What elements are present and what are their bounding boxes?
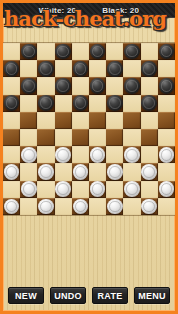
board-square[interactable] (20, 43, 37, 60)
board-square (20, 60, 37, 77)
black-man-piece[interactable] (90, 44, 106, 60)
white-man-piece[interactable] (21, 181, 37, 197)
board-square[interactable] (55, 77, 72, 94)
board-square (20, 129, 37, 146)
white-man-piece[interactable] (107, 164, 123, 180)
board-square (3, 43, 20, 60)
board-square[interactable] (106, 129, 123, 146)
menu-button[interactable]: MENU (134, 287, 170, 304)
board-square[interactable] (72, 198, 89, 215)
board-square[interactable] (20, 146, 37, 163)
board-square (141, 146, 158, 163)
white-man-piece[interactable] (159, 147, 175, 163)
board-square[interactable] (141, 163, 158, 180)
board-square[interactable] (106, 163, 123, 180)
black-score: Black: 20 (102, 6, 139, 15)
board-square (3, 112, 20, 129)
board-square (55, 95, 72, 112)
app-window: White: 20 Black: 20 hack-cheat.org NEW U… (0, 0, 178, 314)
board-square[interactable] (72, 95, 89, 112)
board-square (55, 60, 72, 77)
board-square[interactable] (141, 60, 158, 77)
board-square[interactable] (89, 43, 106, 60)
board-square[interactable] (123, 43, 140, 60)
black-man-piece[interactable] (141, 61, 157, 77)
white-man-piece[interactable] (4, 164, 20, 180)
board-square (123, 163, 140, 180)
board-square (72, 146, 89, 163)
board-square[interactable] (3, 95, 20, 112)
board-square (123, 95, 140, 112)
board-square (89, 198, 106, 215)
board-square (123, 129, 140, 146)
board-square[interactable] (89, 112, 106, 129)
board-square (55, 129, 72, 146)
board-square (89, 129, 106, 146)
board-square[interactable] (89, 181, 106, 198)
white-man-piece[interactable] (4, 199, 20, 215)
board-square (158, 60, 175, 77)
white-man-piece[interactable] (73, 199, 89, 215)
board-square[interactable] (158, 146, 175, 163)
board-square[interactable] (123, 146, 140, 163)
black-man-piece[interactable] (4, 61, 20, 77)
board-square (55, 163, 72, 180)
white-man-piece[interactable] (141, 199, 157, 215)
board-square[interactable] (106, 60, 123, 77)
board-square[interactable] (158, 77, 175, 94)
black-man-piece[interactable] (107, 95, 123, 111)
board-square[interactable] (158, 43, 175, 60)
board-square (3, 77, 20, 94)
board-square[interactable] (123, 181, 140, 198)
board-square (106, 146, 123, 163)
white-man-piece[interactable] (124, 181, 140, 197)
board-square[interactable] (3, 129, 20, 146)
white-man-piece[interactable] (73, 164, 89, 180)
rate-button[interactable]: RATE (92, 287, 128, 304)
board-square (55, 198, 72, 215)
board-square (123, 60, 140, 77)
board-square (72, 43, 89, 60)
black-man-piece[interactable] (159, 78, 175, 94)
board-square (141, 43, 158, 60)
board-square[interactable] (72, 163, 89, 180)
board-square[interactable] (89, 146, 106, 163)
black-man-piece[interactable] (124, 78, 140, 94)
board-square[interactable] (37, 129, 54, 146)
black-man-piece[interactable] (55, 78, 71, 94)
board-square (158, 95, 175, 112)
board-square (106, 112, 123, 129)
board-square (37, 112, 54, 129)
board-square[interactable] (55, 43, 72, 60)
board-square (158, 129, 175, 146)
black-man-piece[interactable] (159, 44, 175, 60)
white-score: White: 20 (39, 6, 76, 15)
board-square[interactable] (20, 112, 37, 129)
board-square[interactable] (37, 198, 54, 215)
board-square (106, 181, 123, 198)
board-square[interactable] (141, 129, 158, 146)
board-square (158, 198, 175, 215)
board-square[interactable] (158, 112, 175, 129)
board-square (3, 181, 20, 198)
black-man-piece[interactable] (124, 44, 140, 60)
board-square (141, 112, 158, 129)
black-man-piece[interactable] (4, 95, 20, 111)
board-square[interactable] (158, 181, 175, 198)
board-square (37, 181, 54, 198)
board-square[interactable] (89, 77, 106, 94)
board-square (3, 146, 20, 163)
board-square (72, 112, 89, 129)
board-square (158, 163, 175, 180)
board-square (89, 163, 106, 180)
white-man-piece[interactable] (38, 164, 54, 180)
board-square[interactable] (3, 60, 20, 77)
board-square[interactable] (106, 198, 123, 215)
board-square[interactable] (55, 112, 72, 129)
black-man-piece[interactable] (38, 95, 54, 111)
board-square[interactable] (123, 77, 140, 94)
black-man-piece[interactable] (21, 78, 37, 94)
board-square (37, 43, 54, 60)
board-square (89, 60, 106, 77)
board-square[interactable] (3, 163, 20, 180)
button-bar: NEW UNDO RATE MENU (3, 287, 175, 304)
board-square (37, 77, 54, 94)
white-man-piece[interactable] (124, 147, 140, 163)
board-square (106, 43, 123, 60)
board-square[interactable] (123, 112, 140, 129)
black-man-piece[interactable] (38, 61, 54, 77)
board-square[interactable] (3, 198, 20, 215)
board-square (20, 198, 37, 215)
white-man-piece[interactable] (90, 147, 106, 163)
black-man-piece[interactable] (55, 44, 71, 60)
black-man-piece[interactable] (141, 95, 157, 111)
board-square[interactable] (72, 60, 89, 77)
board-square[interactable] (37, 60, 54, 77)
black-man-piece[interactable] (90, 78, 106, 94)
board-square[interactable] (20, 181, 37, 198)
white-man-piece[interactable] (107, 199, 123, 215)
board-square (141, 77, 158, 94)
board-square (20, 163, 37, 180)
board-square (89, 95, 106, 112)
black-man-piece[interactable] (73, 95, 89, 111)
board-square (141, 181, 158, 198)
board-square[interactable] (20, 77, 37, 94)
white-man-piece[interactable] (90, 181, 106, 197)
board-square[interactable] (37, 95, 54, 112)
board[interactable] (3, 43, 175, 215)
board-square[interactable] (72, 129, 89, 146)
board-square[interactable] (106, 95, 123, 112)
white-man-piece[interactable] (38, 199, 54, 215)
board-square[interactable] (141, 95, 158, 112)
board-square (20, 95, 37, 112)
white-man-piece[interactable] (141, 164, 157, 180)
white-man-piece[interactable] (159, 181, 175, 197)
board-square[interactable] (141, 198, 158, 215)
board-square[interactable] (55, 146, 72, 163)
black-man-piece[interactable] (73, 61, 89, 77)
score-bar: White: 20 Black: 20 (3, 3, 175, 18)
board-square (123, 198, 140, 215)
white-man-piece[interactable] (55, 147, 71, 163)
black-man-piece[interactable] (21, 44, 37, 60)
white-man-piece[interactable] (55, 181, 71, 197)
white-man-piece[interactable] (21, 147, 37, 163)
board-square (106, 77, 123, 94)
board-square (72, 77, 89, 94)
new-game-button[interactable]: NEW (8, 287, 44, 304)
undo-button[interactable]: UNDO (50, 287, 86, 304)
board-square (72, 181, 89, 198)
board-square[interactable] (55, 181, 72, 198)
board-square (37, 146, 54, 163)
board-square[interactable] (37, 163, 54, 180)
black-man-piece[interactable] (107, 61, 123, 77)
